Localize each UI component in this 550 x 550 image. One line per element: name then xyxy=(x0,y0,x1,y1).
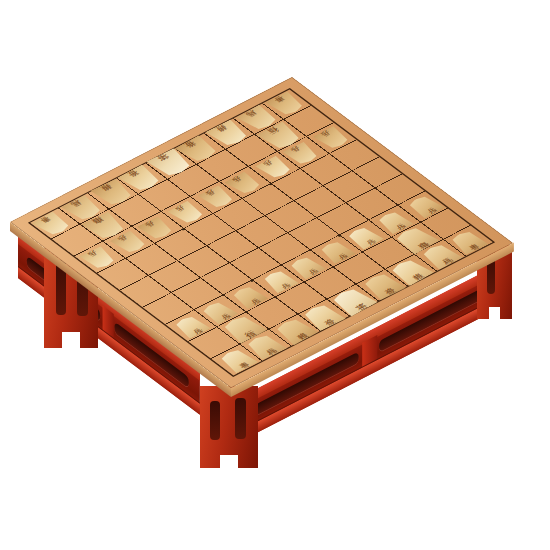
leg-foot-notch xyxy=(220,455,239,468)
piece-kanji-label: 銀将 xyxy=(291,329,299,333)
piece-kanji-label: 角行 xyxy=(276,134,285,139)
piece-kanji-label: 桂馬 xyxy=(255,116,263,120)
piece-kanji-label: 歩兵 xyxy=(188,324,195,328)
piece-kanji-label: 歩兵 xyxy=(421,204,428,208)
piece-kanji-label: 歩兵 xyxy=(215,310,222,314)
piece-kanji-label: 桂馬 xyxy=(437,254,445,258)
piece-kanji-label: 桂馬 xyxy=(79,207,87,211)
piece-kanji-label: 香車 xyxy=(234,358,242,362)
piece-kanji-label: 銀将 xyxy=(406,269,414,273)
piece-kanji-label: 歩兵 xyxy=(303,265,310,269)
piece-kanji-label: 歩兵 xyxy=(241,182,248,186)
piece-kanji-label: 角行 xyxy=(239,326,248,331)
leg-foot-notch xyxy=(489,307,500,319)
piece-kanji-label: 王将 xyxy=(348,299,357,304)
piece-kanji-label: 歩兵 xyxy=(391,220,398,224)
piece-kanji-label: 香車 xyxy=(49,222,56,226)
piece-kanji-label: 金将 xyxy=(137,177,145,181)
piece-kanji-label: 香車 xyxy=(464,240,472,244)
piece-kanji-label: 銀将 xyxy=(224,132,232,136)
piece-kanji-label: 歩兵 xyxy=(333,250,340,254)
piece-kanji-label: 玉将 xyxy=(166,161,176,166)
piece-kanji-label: 飛車 xyxy=(412,237,420,242)
shogi-table-photo: 香車桂馬銀将金将玉将金将銀将桂馬香車飛車角行歩兵歩兵歩兵歩兵歩兵歩兵歩兵歩兵歩兵… xyxy=(0,0,550,550)
piece-kanji-label: 歩兵 xyxy=(271,166,278,170)
piece-kanji-label: 歩兵 xyxy=(95,257,102,261)
piece-kanji-label: 歩兵 xyxy=(213,196,220,200)
leg-slot-icon xyxy=(235,398,247,439)
piece-kanji-label: 金将 xyxy=(194,147,202,151)
leg-foot-notch xyxy=(62,332,79,348)
leg-slot-icon xyxy=(210,401,220,440)
piece-kanji-label: 香車 xyxy=(282,102,290,106)
piece-kanji-label: 歩兵 xyxy=(276,279,283,283)
piece-kanji-label: 歩兵 xyxy=(298,152,305,156)
piece-kanji-label: 歩兵 xyxy=(153,227,160,231)
piece-kanji-label: 銀将 xyxy=(109,191,117,195)
piece-kanji-label: 飛車 xyxy=(100,225,109,229)
piece-kanji-label: 歩兵 xyxy=(329,136,336,140)
piece-kanji-label: 歩兵 xyxy=(245,295,252,299)
piece-kanji-label: 金将 xyxy=(379,283,387,287)
piece-kanji-label: 桂馬 xyxy=(261,344,269,348)
piece-kanji-label: 歩兵 xyxy=(183,211,190,215)
piece-kanji-label: 歩兵 xyxy=(361,236,368,240)
piece-kanji-label: 歩兵 xyxy=(126,241,133,245)
piece-kanji-label: 金将 xyxy=(318,315,326,319)
table-leg-front xyxy=(200,386,258,468)
